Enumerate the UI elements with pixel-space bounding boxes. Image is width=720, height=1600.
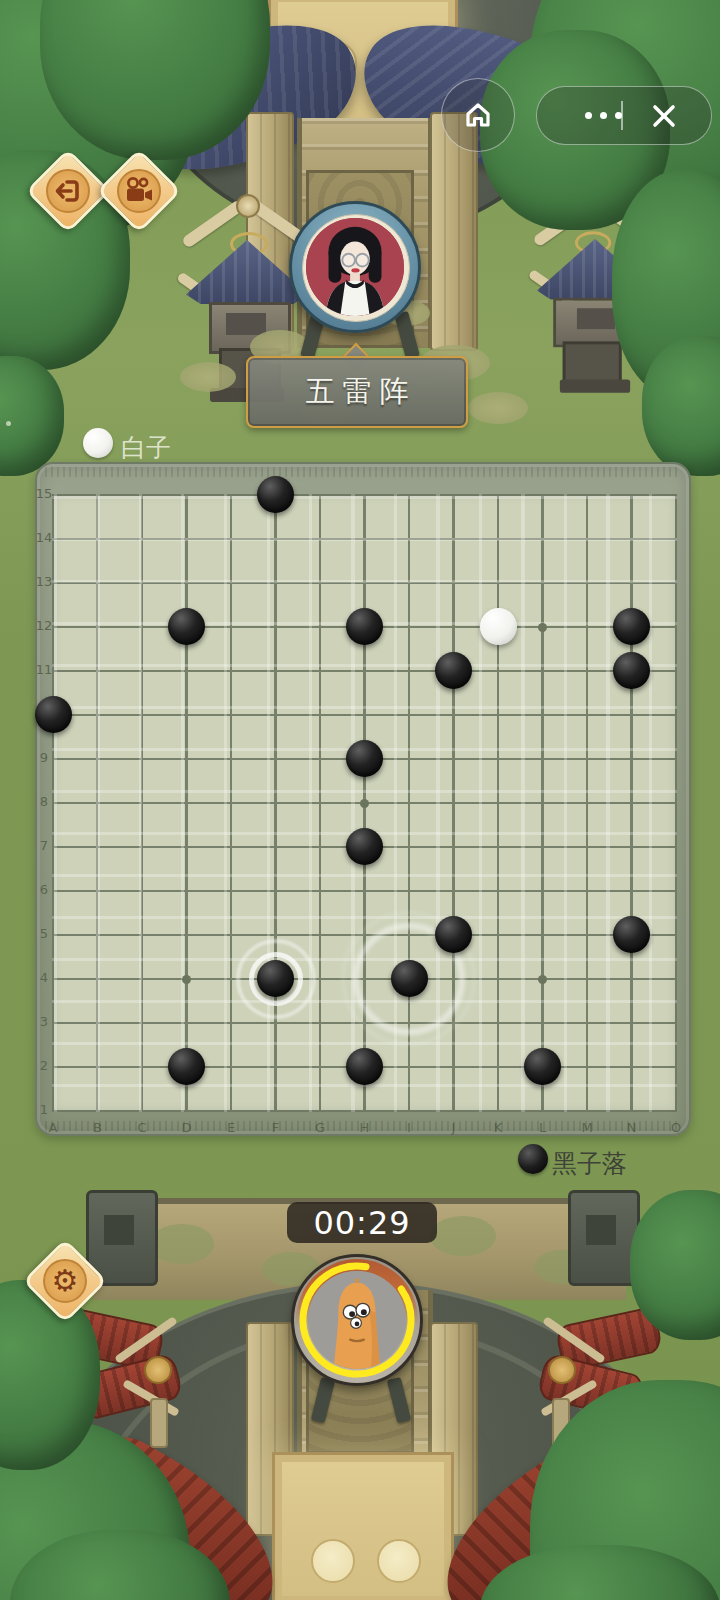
col-label-E: E: [221, 1120, 241, 1135]
row-label-14: 14: [34, 530, 54, 545]
stone-black-L2: [524, 1048, 561, 1085]
home-icon: [460, 97, 496, 133]
white-stone-icon: [83, 428, 113, 458]
plaza-circle: [311, 1539, 355, 1583]
game-screen: 五雷阵 白子 151413121110987654321ABCDEFGHIJKL…: [0, 0, 720, 1600]
col-label-H: H: [355, 1120, 375, 1135]
stone-black-H9: [346, 740, 383, 777]
stone-black-N5: [613, 916, 650, 953]
stone-black-N12: [613, 608, 650, 645]
stone-black-J11: [435, 652, 472, 689]
stone-black-J5: [435, 916, 472, 953]
col-label-A: A: [43, 1120, 63, 1135]
moss-patch: [430, 1216, 496, 1256]
col-label-C: C: [132, 1120, 152, 1135]
col-label-M: M: [577, 1120, 597, 1135]
col-label-B: B: [88, 1120, 108, 1135]
path-stone: [468, 392, 528, 424]
stone-black-F15: [257, 476, 294, 513]
col-label-N: N: [622, 1120, 642, 1135]
row-label-5: 5: [34, 926, 54, 941]
stone-black-D12: [168, 608, 205, 645]
stone-black-D2: [168, 1048, 205, 1085]
row-label-6: 6: [34, 882, 54, 897]
turn-timer: 00:29: [287, 1202, 437, 1243]
row-label-2: 2: [34, 1058, 54, 1073]
plaza-circle: [377, 1539, 421, 1583]
home-button[interactable]: [441, 78, 515, 152]
lantern-finial: [236, 194, 260, 218]
shrine-gold-hub: [144, 1356, 172, 1384]
row-label-8: 8: [34, 794, 54, 809]
row-label-7: 7: [34, 838, 54, 853]
star-point-L4: [538, 975, 547, 984]
row-label-1: 1: [34, 1102, 54, 1117]
player-avatar-frame: [291, 1254, 423, 1386]
stone-black-F4: [257, 960, 294, 997]
stone-white-K12: [480, 608, 517, 645]
col-label-O: O: [666, 1120, 686, 1135]
shrine-post: [150, 1398, 168, 1448]
shrine-gold-hub: [548, 1356, 576, 1384]
timer-ring: [294, 1257, 420, 1383]
col-label-K: K: [488, 1120, 508, 1135]
gomoku-board: 151413121110987654321ABCDEFGHIJKLMNO: [35, 462, 691, 1136]
timer-value: 00:29: [313, 1204, 410, 1242]
capsule-menu: [536, 86, 712, 145]
opponent-nameplate: 五雷阵: [246, 356, 468, 428]
row-label-15: 15: [34, 486, 54, 501]
col-label-I: I: [399, 1120, 419, 1135]
star-point-D4: [182, 975, 191, 984]
opponent-avatar: [306, 218, 404, 316]
row-label-4: 4: [34, 970, 54, 985]
ellipsis-icon[interactable]: [600, 112, 607, 119]
stone-black-H12: [346, 608, 383, 645]
path-stone: [180, 362, 236, 392]
foliage: [0, 356, 64, 476]
col-label-J: J: [444, 1120, 464, 1135]
stone-black-N11: [613, 652, 650, 689]
star-point-L12: [538, 623, 547, 632]
row-label-12: 12: [34, 618, 54, 633]
row-label-9: 9: [34, 750, 54, 765]
video-camera-icon: [117, 169, 161, 213]
capsule-divider: [621, 101, 623, 130]
moss-patch: [150, 1224, 214, 1264]
gear-icon: ⚙: [43, 1259, 87, 1303]
col-label-F: F: [266, 1120, 286, 1135]
black-stone-icon: [518, 1144, 548, 1174]
black-indicator-label: 黑子落: [552, 1147, 627, 1180]
stone-black-H7: [346, 828, 383, 865]
ellipsis-icon[interactable]: [585, 112, 592, 119]
opponent-avatar-frame: [289, 201, 421, 333]
exit-door-icon: [46, 169, 90, 213]
stone-black-H2: [346, 1048, 383, 1085]
temple-bottom-plaza: [272, 1452, 454, 1600]
row-label-3: 3: [34, 1014, 54, 1029]
opponent-name: 五雷阵: [298, 372, 417, 412]
col-label-D: D: [177, 1120, 197, 1135]
star-point-H8: [360, 799, 369, 808]
stone-black-A10: [35, 696, 72, 733]
white-indicator-label: 白子: [121, 431, 171, 464]
col-label-G: G: [310, 1120, 330, 1135]
close-icon[interactable]: [649, 101, 679, 131]
col-label-L: L: [533, 1120, 553, 1135]
lantern-foot: [560, 380, 630, 393]
row-label-11: 11: [34, 662, 54, 677]
stone-black-I4: [391, 960, 428, 997]
dust-speck: [6, 421, 11, 426]
row-label-13: 13: [34, 574, 54, 589]
